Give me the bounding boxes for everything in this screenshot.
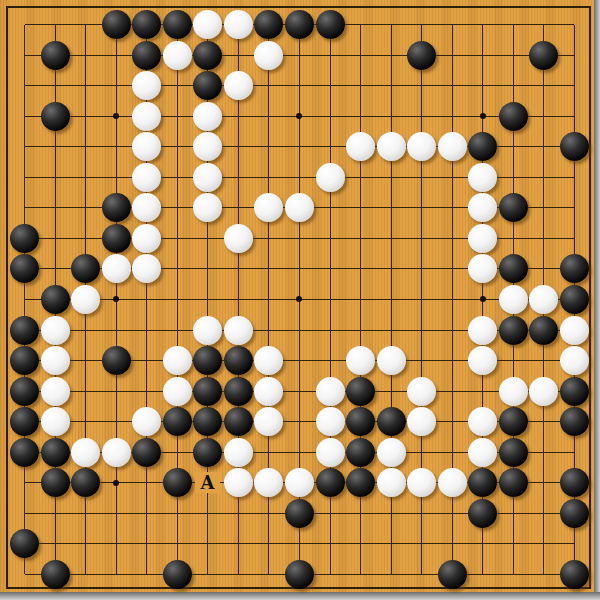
white-stone	[132, 71, 161, 100]
black-stone	[560, 560, 589, 589]
black-stone	[346, 438, 375, 467]
white-stone	[132, 163, 161, 192]
white-stone	[438, 132, 467, 161]
white-stone	[102, 254, 131, 283]
black-stone	[560, 407, 589, 436]
black-stone	[499, 254, 528, 283]
black-stone	[10, 377, 39, 406]
star-point	[296, 113, 302, 119]
black-stone	[41, 285, 70, 314]
white-stone	[132, 407, 161, 436]
white-stone	[377, 438, 406, 467]
white-stone	[285, 468, 314, 497]
white-stone	[224, 224, 253, 253]
black-stone	[193, 346, 222, 375]
white-stone	[407, 468, 436, 497]
white-stone	[132, 132, 161, 161]
white-stone	[468, 254, 497, 283]
white-stone	[316, 377, 345, 406]
white-stone	[71, 285, 100, 314]
black-stone	[560, 285, 589, 314]
white-stone	[377, 346, 406, 375]
black-stone	[560, 254, 589, 283]
white-stone	[41, 316, 70, 345]
black-stone	[560, 132, 589, 161]
white-stone	[499, 285, 528, 314]
white-stone	[316, 407, 345, 436]
white-stone	[529, 377, 558, 406]
black-stone	[132, 438, 161, 467]
black-stone	[10, 254, 39, 283]
black-stone	[193, 41, 222, 70]
white-stone	[71, 438, 100, 467]
black-stone	[193, 438, 222, 467]
board-edge-right	[594, 0, 600, 592]
white-stone	[346, 132, 375, 161]
white-stone	[285, 193, 314, 222]
black-stone	[377, 407, 406, 436]
go-game-screenshot: A	[0, 0, 600, 600]
black-stone	[163, 468, 192, 497]
black-stone	[224, 407, 253, 436]
black-stone	[560, 468, 589, 497]
black-stone	[41, 41, 70, 70]
white-stone	[407, 407, 436, 436]
black-stone	[254, 10, 283, 39]
white-stone	[224, 10, 253, 39]
black-stone	[132, 10, 161, 39]
board-edge-bottom	[0, 592, 600, 600]
white-stone	[41, 407, 70, 436]
white-stone	[193, 132, 222, 161]
grid-line-h	[25, 543, 575, 544]
black-stone	[224, 346, 253, 375]
label-A: A	[195, 472, 220, 493]
black-stone	[102, 346, 131, 375]
black-stone	[193, 407, 222, 436]
white-stone	[316, 163, 345, 192]
star-point	[296, 296, 302, 302]
white-stone	[407, 132, 436, 161]
white-stone	[468, 438, 497, 467]
white-stone	[377, 132, 406, 161]
star-point	[480, 113, 486, 119]
black-stone	[529, 316, 558, 345]
white-stone	[254, 468, 283, 497]
black-stone	[132, 41, 161, 70]
star-point	[113, 113, 119, 119]
star-point	[113, 480, 119, 486]
white-stone	[41, 346, 70, 375]
black-stone	[346, 377, 375, 406]
black-stone	[102, 10, 131, 39]
black-stone	[10, 316, 39, 345]
white-stone	[499, 377, 528, 406]
black-stone	[71, 468, 100, 497]
black-stone	[316, 468, 345, 497]
white-stone	[254, 193, 283, 222]
white-stone	[560, 346, 589, 375]
black-stone	[285, 560, 314, 589]
white-stone	[163, 346, 192, 375]
go-board[interactable]: A	[0, 0, 600, 600]
black-stone	[10, 407, 39, 436]
black-stone	[499, 407, 528, 436]
black-stone	[163, 10, 192, 39]
black-stone	[468, 132, 497, 161]
white-stone	[193, 10, 222, 39]
white-stone	[41, 377, 70, 406]
white-stone	[407, 377, 436, 406]
black-stone	[163, 560, 192, 589]
white-stone	[163, 41, 192, 70]
white-stone	[224, 438, 253, 467]
white-stone	[254, 407, 283, 436]
white-stone	[132, 102, 161, 131]
black-stone	[499, 102, 528, 131]
black-stone	[407, 41, 436, 70]
white-stone	[254, 377, 283, 406]
white-stone	[132, 224, 161, 253]
white-stone	[468, 407, 497, 436]
white-stone	[193, 102, 222, 131]
black-stone	[10, 529, 39, 558]
black-stone	[468, 468, 497, 497]
white-stone	[468, 193, 497, 222]
black-stone	[499, 193, 528, 222]
white-stone	[468, 346, 497, 375]
white-stone	[377, 468, 406, 497]
white-stone	[254, 41, 283, 70]
black-stone	[346, 468, 375, 497]
white-stone	[254, 346, 283, 375]
white-stone	[193, 163, 222, 192]
white-stone	[224, 71, 253, 100]
white-stone	[163, 377, 192, 406]
white-stone	[316, 438, 345, 467]
black-stone	[438, 560, 467, 589]
white-stone	[224, 468, 253, 497]
black-stone	[41, 102, 70, 131]
black-stone	[41, 560, 70, 589]
black-stone	[10, 346, 39, 375]
black-stone	[529, 41, 558, 70]
black-stone	[10, 224, 39, 253]
star-point	[480, 296, 486, 302]
black-stone	[102, 193, 131, 222]
grid-line-h	[25, 391, 575, 392]
white-stone	[529, 285, 558, 314]
white-stone	[438, 468, 467, 497]
black-stone	[41, 438, 70, 467]
white-stone	[132, 193, 161, 222]
white-stone	[468, 163, 497, 192]
white-stone	[224, 316, 253, 345]
black-stone	[499, 316, 528, 345]
white-stone	[560, 316, 589, 345]
white-stone	[468, 224, 497, 253]
white-stone	[193, 316, 222, 345]
white-stone	[468, 316, 497, 345]
star-point	[113, 296, 119, 302]
black-stone	[346, 407, 375, 436]
black-stone	[499, 468, 528, 497]
white-stone	[193, 193, 222, 222]
black-stone	[71, 254, 100, 283]
white-stone	[346, 346, 375, 375]
black-stone	[316, 10, 345, 39]
black-stone	[10, 438, 39, 467]
black-stone	[285, 10, 314, 39]
black-stone	[560, 377, 589, 406]
black-stone	[560, 499, 589, 528]
black-stone	[193, 71, 222, 100]
white-stone	[102, 438, 131, 467]
black-stone	[499, 438, 528, 467]
white-stone	[132, 254, 161, 283]
black-stone	[468, 499, 497, 528]
black-stone	[102, 224, 131, 253]
black-stone	[41, 468, 70, 497]
black-stone	[285, 499, 314, 528]
black-stone	[163, 407, 192, 436]
black-stone	[224, 377, 253, 406]
black-stone	[193, 377, 222, 406]
